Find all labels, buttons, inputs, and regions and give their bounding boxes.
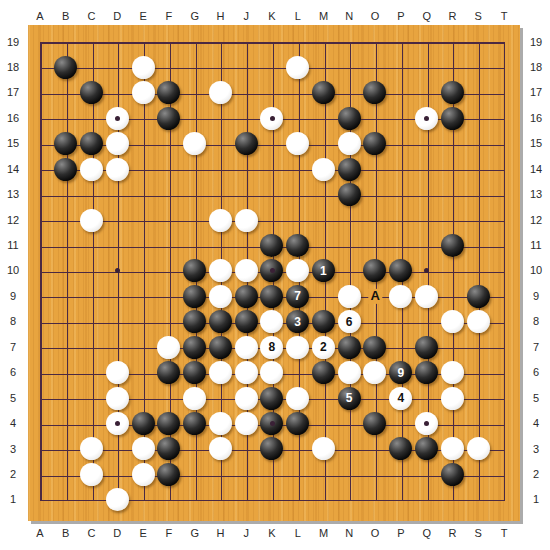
move-number-9: 9 <box>397 367 404 379</box>
coord-label-left-11: 11 <box>2 239 24 252</box>
coord-label-left-14: 14 <box>2 163 24 176</box>
stone-white-P9 <box>389 285 412 308</box>
coord-label-top-L: L <box>288 10 308 22</box>
coord-label-left-15: 15 <box>2 137 24 150</box>
stone-white-K8 <box>260 310 283 333</box>
stone-white-J10 <box>235 259 258 282</box>
coord-label-bottom-M: M <box>314 527 334 539</box>
stone-black-L8: 3 <box>286 310 309 333</box>
move-number-8: 8 <box>269 341 276 353</box>
stone-white-L7 <box>286 336 309 359</box>
stone-white-E2 <box>132 463 155 486</box>
coord-label-bottom-S: S <box>468 527 488 539</box>
stone-black-N7 <box>338 336 361 359</box>
move-number-7: 7 <box>294 290 301 302</box>
coord-label-right-12: 12 <box>525 214 547 227</box>
coord-label-bottom-T: T <box>494 527 514 539</box>
stone-black-P10 <box>389 259 412 282</box>
stone-white-H17 <box>209 81 232 104</box>
stone-white-D1 <box>106 488 129 511</box>
coord-label-left-8: 8 <box>2 315 24 328</box>
coord-label-left-1: 1 <box>2 493 24 506</box>
stone-white-C14 <box>80 158 103 181</box>
coord-label-top-F: F <box>159 10 179 22</box>
stone-black-F2 <box>157 463 180 486</box>
coord-label-bottom-O: O <box>365 527 385 539</box>
stone-white-H4 <box>209 412 232 435</box>
stone-white-C2 <box>80 463 103 486</box>
coord-label-bottom-K: K <box>262 527 282 539</box>
coord-label-left-17: 17 <box>2 86 24 99</box>
go-diagram-page: 173682954 A AABBCCDDEEFFGGHHJJKKLLMMNNOO… <box>0 0 550 550</box>
stone-black-G8 <box>183 310 206 333</box>
stone-white-G15 <box>183 132 206 155</box>
coord-label-bottom-L: L <box>288 527 308 539</box>
coord-label-left-12: 12 <box>2 214 24 227</box>
stone-white-J7 <box>235 336 258 359</box>
stone-white-L10 <box>286 259 309 282</box>
stone-white-J5 <box>235 387 258 410</box>
stone-black-F3 <box>157 437 180 460</box>
coord-label-top-C: C <box>82 10 102 22</box>
stone-white-C12 <box>80 209 103 232</box>
stone-black-R16 <box>441 107 464 130</box>
stone-white-S8 <box>467 310 490 333</box>
coord-label-bottom-R: R <box>442 527 462 539</box>
stone-white-D6 <box>106 361 129 384</box>
stone-black-M10: 1 <box>312 259 335 282</box>
coord-label-bottom-B: B <box>56 527 76 539</box>
coord-label-top-K: K <box>262 10 282 22</box>
stone-black-Q7 <box>415 336 438 359</box>
stone-white-R3 <box>441 437 464 460</box>
coord-label-top-G: G <box>185 10 205 22</box>
stone-white-D5 <box>106 387 129 410</box>
coord-label-right-2: 2 <box>525 468 547 481</box>
coord-label-bottom-H: H <box>210 527 230 539</box>
move-number-1: 1 <box>320 265 327 277</box>
stone-black-G9 <box>183 285 206 308</box>
coord-label-top-A: A <box>30 10 50 22</box>
stone-black-O7 <box>363 336 386 359</box>
stone-white-L15 <box>286 132 309 155</box>
coord-label-right-16: 16 <box>525 112 547 125</box>
coord-label-left-7: 7 <box>2 341 24 354</box>
stone-white-M3 <box>312 437 335 460</box>
stone-black-R17 <box>441 81 464 104</box>
stone-black-C15 <box>80 132 103 155</box>
stone-black-H7 <box>209 336 232 359</box>
coord-label-right-15: 15 <box>525 137 547 150</box>
coord-label-top-B: B <box>56 10 76 22</box>
stone-black-L11 <box>286 234 309 257</box>
stone-black-N13 <box>338 183 361 206</box>
star-point-K16 <box>270 116 275 121</box>
stone-white-M14 <box>312 158 335 181</box>
star-point-K4 <box>270 421 275 426</box>
coord-label-left-18: 18 <box>2 61 24 74</box>
coord-label-left-6: 6 <box>2 366 24 379</box>
stone-white-D14 <box>106 158 129 181</box>
stone-white-H10 <box>209 259 232 282</box>
coord-label-left-19: 19 <box>2 36 24 49</box>
coord-label-top-P: P <box>391 10 411 22</box>
coord-label-bottom-J: J <box>236 527 256 539</box>
stone-black-M6 <box>312 361 335 384</box>
coord-label-bottom-A: A <box>30 527 50 539</box>
stone-white-H12 <box>209 209 232 232</box>
coord-label-left-4: 4 <box>2 417 24 430</box>
move-number-5: 5 <box>346 392 353 404</box>
stone-black-K9 <box>260 285 283 308</box>
stone-black-P6: 9 <box>389 361 412 384</box>
coord-label-right-3: 3 <box>525 443 547 456</box>
coord-label-right-9: 9 <box>525 290 547 303</box>
stone-white-M7: 2 <box>312 336 335 359</box>
stone-white-Q9 <box>415 285 438 308</box>
coord-label-top-Q: Q <box>417 10 437 22</box>
stone-white-H9 <box>209 285 232 308</box>
stone-white-E18 <box>132 56 155 79</box>
coord-label-bottom-D: D <box>107 527 127 539</box>
stone-black-P3 <box>389 437 412 460</box>
stone-black-L4 <box>286 412 309 435</box>
stone-white-S3 <box>467 437 490 460</box>
coord-label-top-O: O <box>365 10 385 22</box>
stone-white-N8: 6 <box>338 310 361 333</box>
move-number-6: 6 <box>346 316 353 328</box>
stone-black-N14 <box>338 158 361 181</box>
stone-white-N6 <box>338 361 361 384</box>
coord-label-bottom-Q: Q <box>417 527 437 539</box>
stone-white-H6 <box>209 361 232 384</box>
stone-white-N9 <box>338 285 361 308</box>
coord-label-right-8: 8 <box>525 315 547 328</box>
coord-label-bottom-P: P <box>391 527 411 539</box>
coord-label-bottom-N: N <box>339 527 359 539</box>
stone-black-B15 <box>54 132 77 155</box>
move-number-4: 4 <box>397 392 404 404</box>
coord-label-left-16: 16 <box>2 112 24 125</box>
stone-white-K7: 8 <box>260 336 283 359</box>
stone-black-F4 <box>157 412 180 435</box>
stone-white-E17 <box>132 81 155 104</box>
stone-black-J15 <box>235 132 258 155</box>
coord-label-right-13: 13 <box>525 188 547 201</box>
star-point-D16 <box>115 116 120 121</box>
stone-white-R6 <box>441 361 464 384</box>
stone-black-O10 <box>363 259 386 282</box>
stone-white-G5 <box>183 387 206 410</box>
stone-black-M17 <box>312 81 335 104</box>
coord-label-bottom-G: G <box>185 527 205 539</box>
coord-label-right-7: 7 <box>525 341 547 354</box>
move-number-3: 3 <box>294 316 301 328</box>
stone-white-K6 <box>260 361 283 384</box>
stone-black-O17 <box>363 81 386 104</box>
stone-white-D15 <box>106 132 129 155</box>
stone-black-G7 <box>183 336 206 359</box>
stone-black-O4 <box>363 412 386 435</box>
coord-label-top-D: D <box>107 10 127 22</box>
stone-black-H8 <box>209 310 232 333</box>
stone-white-P5: 4 <box>389 387 412 410</box>
stone-black-E4 <box>132 412 155 435</box>
stone-white-C3 <box>80 437 103 460</box>
stone-black-R2 <box>441 463 464 486</box>
stone-black-Q6 <box>415 361 438 384</box>
star-point-D4 <box>115 421 120 426</box>
coord-label-top-S: S <box>468 10 488 22</box>
stone-black-G10 <box>183 259 206 282</box>
coord-label-right-1: 1 <box>525 493 547 506</box>
stone-white-O6 <box>363 361 386 384</box>
stone-black-K3 <box>260 437 283 460</box>
coord-label-right-19: 19 <box>525 36 547 49</box>
stone-black-J9 <box>235 285 258 308</box>
coord-label-bottom-E: E <box>133 527 153 539</box>
stone-black-O15 <box>363 132 386 155</box>
coord-label-right-10: 10 <box>525 264 547 277</box>
stone-white-N15 <box>338 132 361 155</box>
stone-white-R8 <box>441 310 464 333</box>
star-point-Q16 <box>424 116 429 121</box>
stone-black-R11 <box>441 234 464 257</box>
coord-label-top-M: M <box>314 10 334 22</box>
coord-label-top-J: J <box>236 10 256 22</box>
coord-label-right-5: 5 <box>525 392 547 405</box>
coord-label-top-T: T <box>494 10 514 22</box>
coord-label-right-4: 4 <box>525 417 547 430</box>
coord-label-left-10: 10 <box>2 264 24 277</box>
coord-label-right-17: 17 <box>525 86 547 99</box>
stone-black-C17 <box>80 81 103 104</box>
stone-black-Q3 <box>415 437 438 460</box>
stone-black-M8 <box>312 310 335 333</box>
coord-label-top-R: R <box>442 10 462 22</box>
coord-label-right-14: 14 <box>525 163 547 176</box>
coord-label-right-18: 18 <box>525 61 547 74</box>
stone-black-F6 <box>157 361 180 384</box>
coord-label-left-2: 2 <box>2 468 24 481</box>
board-mark-A-O9: A <box>368 289 381 303</box>
coord-label-right-11: 11 <box>525 239 547 252</box>
stone-black-F17 <box>157 81 180 104</box>
stone-white-F7 <box>157 336 180 359</box>
stone-black-F16 <box>157 107 180 130</box>
move-number-2: 2 <box>320 341 327 353</box>
stone-white-L5 <box>286 387 309 410</box>
coord-label-left-13: 13 <box>2 188 24 201</box>
coord-label-top-H: H <box>210 10 230 22</box>
stone-white-J6 <box>235 361 258 384</box>
stone-black-K5 <box>260 387 283 410</box>
stone-white-E3 <box>132 437 155 460</box>
stone-black-L9: 7 <box>286 285 309 308</box>
stone-white-H3 <box>209 437 232 460</box>
stone-black-N5: 5 <box>338 387 361 410</box>
stone-black-K11 <box>260 234 283 257</box>
go-board[interactable]: 173682954 A <box>28 25 520 521</box>
stone-black-G4 <box>183 412 206 435</box>
coord-label-left-9: 9 <box>2 290 24 303</box>
stone-black-S9 <box>467 285 490 308</box>
stone-white-R5 <box>441 387 464 410</box>
stone-white-J4 <box>235 412 258 435</box>
coord-label-bottom-F: F <box>159 527 179 539</box>
stone-black-B18 <box>54 56 77 79</box>
coord-label-right-6: 6 <box>525 366 547 379</box>
coord-label-top-E: E <box>133 10 153 22</box>
coord-label-left-5: 5 <box>2 392 24 405</box>
coord-label-top-N: N <box>339 10 359 22</box>
stone-black-B14 <box>54 158 77 181</box>
stone-white-L18 <box>286 56 309 79</box>
stone-black-J8 <box>235 310 258 333</box>
stone-black-N16 <box>338 107 361 130</box>
coord-label-left-3: 3 <box>2 443 24 456</box>
coord-label-bottom-C: C <box>82 527 102 539</box>
stone-white-J12 <box>235 209 258 232</box>
stone-black-G6 <box>183 361 206 384</box>
